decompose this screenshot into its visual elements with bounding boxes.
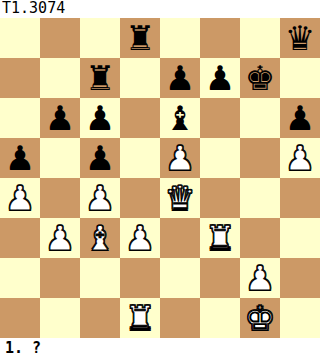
piece-white-pawn[interactable]: ♟	[285, 138, 315, 178]
piece-white-pawn[interactable]: ♟	[85, 178, 115, 218]
square-h2[interactable]	[280, 258, 320, 298]
square-g5[interactable]	[240, 138, 280, 178]
square-h8[interactable]: ♛	[280, 18, 320, 58]
square-f3[interactable]: ♜	[200, 218, 240, 258]
square-a7[interactable]	[0, 58, 40, 98]
square-f1[interactable]	[200, 298, 240, 338]
square-d1[interactable]: ♜	[120, 298, 160, 338]
square-h6[interactable]: ♟	[280, 98, 320, 138]
square-a1[interactable]	[0, 298, 40, 338]
square-c2[interactable]	[80, 258, 120, 298]
square-f4[interactable]	[200, 178, 240, 218]
square-d8[interactable]: ♜	[120, 18, 160, 58]
square-b7[interactable]	[40, 58, 80, 98]
square-c8[interactable]	[80, 18, 120, 58]
square-c6[interactable]: ♟	[80, 98, 120, 138]
square-a8[interactable]	[0, 18, 40, 58]
square-a5[interactable]: ♟	[0, 138, 40, 178]
square-d2[interactable]	[120, 258, 160, 298]
piece-white-pawn[interactable]: ♟	[165, 138, 195, 178]
square-b4[interactable]	[40, 178, 80, 218]
piece-white-pawn[interactable]: ♟	[5, 178, 35, 218]
piece-black-queen[interactable]: ♛	[285, 18, 315, 58]
square-b8[interactable]	[40, 18, 80, 58]
square-e5[interactable]: ♟	[160, 138, 200, 178]
square-f5[interactable]	[200, 138, 240, 178]
piece-black-pawn[interactable]: ♟	[285, 98, 315, 138]
piece-black-pawn[interactable]: ♟	[45, 98, 75, 138]
square-b2[interactable]	[40, 258, 80, 298]
puzzle-title: T1.3074	[0, 0, 320, 18]
square-g2[interactable]: ♟	[240, 258, 280, 298]
piece-black-rook[interactable]: ♜	[85, 58, 115, 98]
square-g6[interactable]	[240, 98, 280, 138]
piece-black-bishop[interactable]: ♝	[165, 98, 195, 138]
piece-black-pawn[interactable]: ♟	[165, 58, 195, 98]
square-h1[interactable]	[280, 298, 320, 338]
square-d6[interactable]	[120, 98, 160, 138]
square-e6[interactable]: ♝	[160, 98, 200, 138]
square-d4[interactable]	[120, 178, 160, 218]
square-f2[interactable]	[200, 258, 240, 298]
square-c7[interactable]: ♜	[80, 58, 120, 98]
move-prompt: 1. ?	[0, 338, 320, 360]
square-h5[interactable]: ♟	[280, 138, 320, 178]
square-c3[interactable]: ♝	[80, 218, 120, 258]
square-d5[interactable]	[120, 138, 160, 178]
square-e1[interactable]	[160, 298, 200, 338]
square-d3[interactable]: ♟	[120, 218, 160, 258]
square-e7[interactable]: ♟	[160, 58, 200, 98]
square-g4[interactable]	[240, 178, 280, 218]
square-g1[interactable]: ♚	[240, 298, 280, 338]
square-e2[interactable]	[160, 258, 200, 298]
piece-white-pawn[interactable]: ♟	[45, 218, 75, 258]
square-f6[interactable]	[200, 98, 240, 138]
square-g3[interactable]	[240, 218, 280, 258]
square-c4[interactable]: ♟	[80, 178, 120, 218]
square-e8[interactable]	[160, 18, 200, 58]
piece-white-pawn[interactable]: ♟	[125, 218, 155, 258]
square-b1[interactable]	[40, 298, 80, 338]
square-b6[interactable]: ♟	[40, 98, 80, 138]
piece-black-pawn[interactable]: ♟	[85, 98, 115, 138]
chess-board: ♜♛♜♟♟♚♟♟♝♟♟♟♟♟♟♟♛♟♝♟♜♟♜♚	[0, 18, 320, 338]
square-h7[interactable]	[280, 58, 320, 98]
piece-white-queen[interactable]: ♛	[165, 178, 195, 218]
square-b3[interactable]: ♟	[40, 218, 80, 258]
square-g7[interactable]: ♚	[240, 58, 280, 98]
square-c5[interactable]: ♟	[80, 138, 120, 178]
chess-app: T1.3074 ♜♛♜♟♟♚♟♟♝♟♟♟♟♟♟♟♛♟♝♟♜♟♜♚ 1. ?	[0, 0, 320, 360]
square-h3[interactable]	[280, 218, 320, 258]
piece-white-king[interactable]: ♚	[245, 298, 275, 338]
piece-black-pawn[interactable]: ♟	[5, 138, 35, 178]
square-e3[interactable]	[160, 218, 200, 258]
square-a6[interactable]	[0, 98, 40, 138]
square-f8[interactable]	[200, 18, 240, 58]
piece-white-pawn[interactable]: ♟	[245, 258, 275, 298]
square-h4[interactable]	[280, 178, 320, 218]
piece-black-king[interactable]: ♚	[245, 58, 275, 98]
square-a3[interactable]	[0, 218, 40, 258]
square-d7[interactable]	[120, 58, 160, 98]
piece-white-rook[interactable]: ♜	[205, 218, 235, 258]
piece-black-pawn[interactable]: ♟	[85, 138, 115, 178]
piece-black-pawn[interactable]: ♟	[205, 58, 235, 98]
square-a2[interactable]	[0, 258, 40, 298]
square-a4[interactable]: ♟	[0, 178, 40, 218]
square-f7[interactable]: ♟	[200, 58, 240, 98]
square-e4[interactable]: ♛	[160, 178, 200, 218]
piece-black-rook[interactable]: ♜	[125, 18, 155, 58]
square-c1[interactable]	[80, 298, 120, 338]
piece-white-bishop[interactable]: ♝	[85, 218, 115, 258]
square-b5[interactable]	[40, 138, 80, 178]
square-g8[interactable]	[240, 18, 280, 58]
piece-white-rook[interactable]: ♜	[125, 298, 155, 338]
